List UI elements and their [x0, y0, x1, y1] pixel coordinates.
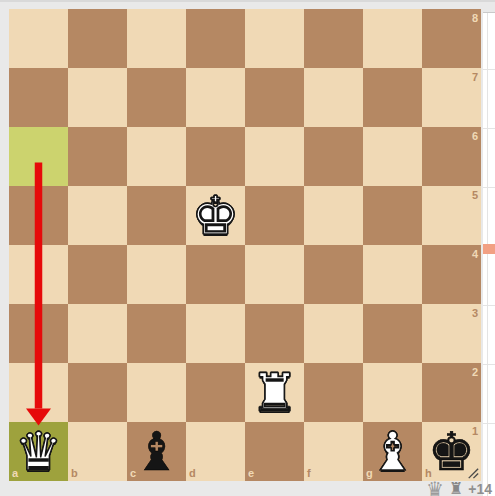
captured-rook-icon: ♜: [449, 481, 463, 496]
white-king[interactable]: ♚: [186, 186, 245, 245]
square-c2[interactable]: [127, 363, 186, 422]
white-queen[interactable]: ♛: [9, 422, 68, 481]
square-a4[interactable]: [9, 245, 68, 304]
square-f5[interactable]: [304, 186, 363, 245]
square-c8[interactable]: [127, 9, 186, 68]
square-b2[interactable]: [68, 363, 127, 422]
square-f3[interactable]: [304, 304, 363, 363]
square-d3[interactable]: [186, 304, 245, 363]
square-a2[interactable]: [9, 363, 68, 422]
square-b1[interactable]: [68, 422, 127, 481]
page-top-edge: [0, 0, 495, 2]
side-panel-rule: [483, 187, 495, 188]
square-a6[interactable]: [9, 127, 68, 186]
square-f2[interactable]: [304, 363, 363, 422]
square-d1[interactable]: [186, 422, 245, 481]
square-e1[interactable]: [245, 422, 304, 481]
square-h7[interactable]: [422, 68, 481, 127]
square-a7[interactable]: [9, 68, 68, 127]
square-e6[interactable]: [245, 127, 304, 186]
square-b5[interactable]: [68, 186, 127, 245]
square-e4[interactable]: [245, 245, 304, 304]
square-e3[interactable]: [245, 304, 304, 363]
square-c7[interactable]: [127, 68, 186, 127]
board-resize-handle-icon[interactable]: [465, 465, 480, 480]
square-h2[interactable]: [422, 363, 481, 422]
square-g8[interactable]: [363, 9, 422, 68]
square-f8[interactable]: [304, 9, 363, 68]
white-bishop[interactable]: ♝: [363, 422, 422, 481]
square-b4[interactable]: [68, 245, 127, 304]
side-panel-rule: [483, 305, 495, 306]
square-g5[interactable]: [363, 186, 422, 245]
square-h6[interactable]: [422, 127, 481, 186]
material-advantage-bar: ♛ ♜ +14: [426, 479, 492, 496]
square-c6[interactable]: [127, 127, 186, 186]
square-g6[interactable]: [363, 127, 422, 186]
square-h3[interactable]: [422, 304, 481, 363]
square-d2[interactable]: [186, 363, 245, 422]
square-h5[interactable]: [422, 186, 481, 245]
square-b8[interactable]: [68, 9, 127, 68]
square-f1[interactable]: [304, 422, 363, 481]
square-d4[interactable]: [186, 245, 245, 304]
square-f6[interactable]: [304, 127, 363, 186]
square-g4[interactable]: [363, 245, 422, 304]
chess-board: 87654321abcdefgh♚♛♜♝♝♚: [9, 9, 481, 481]
square-c4[interactable]: [127, 245, 186, 304]
square-b7[interactable]: [68, 68, 127, 127]
square-d6[interactable]: [186, 127, 245, 186]
square-e8[interactable]: [245, 9, 304, 68]
square-b6[interactable]: [68, 127, 127, 186]
square-f7[interactable]: [304, 68, 363, 127]
square-e7[interactable]: [245, 68, 304, 127]
material-score: +14: [468, 481, 492, 496]
square-d7[interactable]: [186, 68, 245, 127]
side-panel-rule: [483, 364, 495, 365]
square-e5[interactable]: [245, 186, 304, 245]
square-g3[interactable]: [363, 304, 422, 363]
side-panel-row-highlight: [483, 244, 495, 254]
square-c3[interactable]: [127, 304, 186, 363]
square-b3[interactable]: [68, 304, 127, 363]
square-d8[interactable]: [186, 9, 245, 68]
side-panel-rule: [483, 423, 495, 424]
side-panel-rule: [483, 69, 495, 70]
captured-queen-icon: ♛: [426, 479, 444, 496]
side-panel-rule: [483, 128, 495, 129]
square-h4[interactable]: [422, 245, 481, 304]
square-h8[interactable]: [422, 9, 481, 68]
square-g7[interactable]: [363, 68, 422, 127]
white-rook[interactable]: ♜: [245, 363, 304, 422]
black-bishop[interactable]: ♝: [127, 422, 186, 481]
square-g2[interactable]: [363, 363, 422, 422]
side-panel-edge: [483, 12, 495, 496]
square-a8[interactable]: [9, 9, 68, 68]
square-f4[interactable]: [304, 245, 363, 304]
square-a3[interactable]: [9, 304, 68, 363]
square-a5[interactable]: [9, 186, 68, 245]
square-c5[interactable]: [127, 186, 186, 245]
